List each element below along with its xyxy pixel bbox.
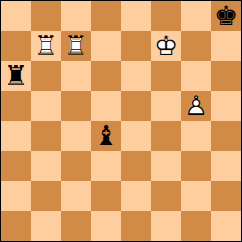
square-b7[interactable]: ♜♖ [31, 31, 61, 61]
square-b5[interactable] [31, 91, 61, 121]
black-bishop-icon: ♝ [91, 121, 121, 151]
square-b4[interactable] [31, 121, 61, 151]
square-b3[interactable] [31, 151, 61, 181]
square-c1[interactable] [61, 211, 91, 241]
square-a8[interactable] [1, 1, 31, 31]
square-h5[interactable] [211, 91, 241, 121]
white-rook-icon: ♜ [31, 31, 61, 61]
square-e4[interactable] [121, 121, 151, 151]
square-a4[interactable] [1, 121, 31, 151]
square-e2[interactable] [121, 181, 151, 211]
square-c4[interactable] [61, 121, 91, 151]
square-d1[interactable] [91, 211, 121, 241]
square-b8[interactable] [31, 1, 61, 31]
square-g3[interactable] [181, 151, 211, 181]
square-e6[interactable] [121, 61, 151, 91]
black-rook-icon: ♜ [1, 61, 31, 91]
square-h3[interactable] [211, 151, 241, 181]
square-a6[interactable]: ♜ [1, 61, 31, 91]
square-f5[interactable] [151, 91, 181, 121]
square-h8[interactable]: ♚ [211, 1, 241, 31]
square-g2[interactable] [181, 181, 211, 211]
square-c6[interactable] [61, 61, 91, 91]
square-a2[interactable] [1, 181, 31, 211]
square-d5[interactable] [91, 91, 121, 121]
square-f1[interactable] [151, 211, 181, 241]
square-d6[interactable] [91, 61, 121, 91]
square-g7[interactable] [181, 31, 211, 61]
square-g4[interactable] [181, 121, 211, 151]
square-h4[interactable] [211, 121, 241, 151]
square-h6[interactable] [211, 61, 241, 91]
white-king-icon: ♚ [151, 31, 181, 61]
square-e1[interactable] [121, 211, 151, 241]
square-d4[interactable]: ♝ [91, 121, 121, 151]
black-king-icon: ♚ [211, 1, 241, 31]
square-h2[interactable] [211, 181, 241, 211]
square-f3[interactable] [151, 151, 181, 181]
square-f2[interactable] [151, 181, 181, 211]
square-g6[interactable] [181, 61, 211, 91]
square-a7[interactable] [1, 31, 31, 61]
white-rook-outline-icon: ♖ [31, 31, 61, 61]
square-a1[interactable] [1, 211, 31, 241]
square-d3[interactable] [91, 151, 121, 181]
square-f8[interactable] [151, 1, 181, 31]
square-g1[interactable] [181, 211, 211, 241]
chess-diagram: ♚♜♖♜♖♚♔♜♟♙♝ [0, 0, 242, 242]
square-g5[interactable]: ♟♙ [181, 91, 211, 121]
square-c2[interactable] [61, 181, 91, 211]
square-d2[interactable] [91, 181, 121, 211]
square-a5[interactable] [1, 91, 31, 121]
white-king-outline-icon: ♔ [151, 31, 181, 61]
square-f4[interactable] [151, 121, 181, 151]
square-f6[interactable] [151, 61, 181, 91]
square-b1[interactable] [31, 211, 61, 241]
square-c5[interactable] [61, 91, 91, 121]
white-pawn-icon: ♟ [181, 91, 211, 121]
square-h7[interactable] [211, 31, 241, 61]
square-b6[interactable] [31, 61, 61, 91]
square-f7[interactable]: ♚♔ [151, 31, 181, 61]
square-e3[interactable] [121, 151, 151, 181]
square-g8[interactable] [181, 1, 211, 31]
white-rook-icon: ♜ [61, 31, 91, 61]
square-d7[interactable] [91, 31, 121, 61]
square-e8[interactable] [121, 1, 151, 31]
square-b2[interactable] [31, 181, 61, 211]
square-c8[interactable] [61, 1, 91, 31]
square-c3[interactable] [61, 151, 91, 181]
square-d8[interactable] [91, 1, 121, 31]
white-rook-outline-icon: ♖ [61, 31, 91, 61]
chess-board: ♚♜♖♜♖♚♔♜♟♙♝ [0, 0, 242, 242]
square-e5[interactable] [121, 91, 151, 121]
square-a3[interactable] [1, 151, 31, 181]
square-c7[interactable]: ♜♖ [61, 31, 91, 61]
square-h1[interactable] [211, 211, 241, 241]
white-pawn-outline-icon: ♙ [181, 91, 211, 121]
square-e7[interactable] [121, 31, 151, 61]
